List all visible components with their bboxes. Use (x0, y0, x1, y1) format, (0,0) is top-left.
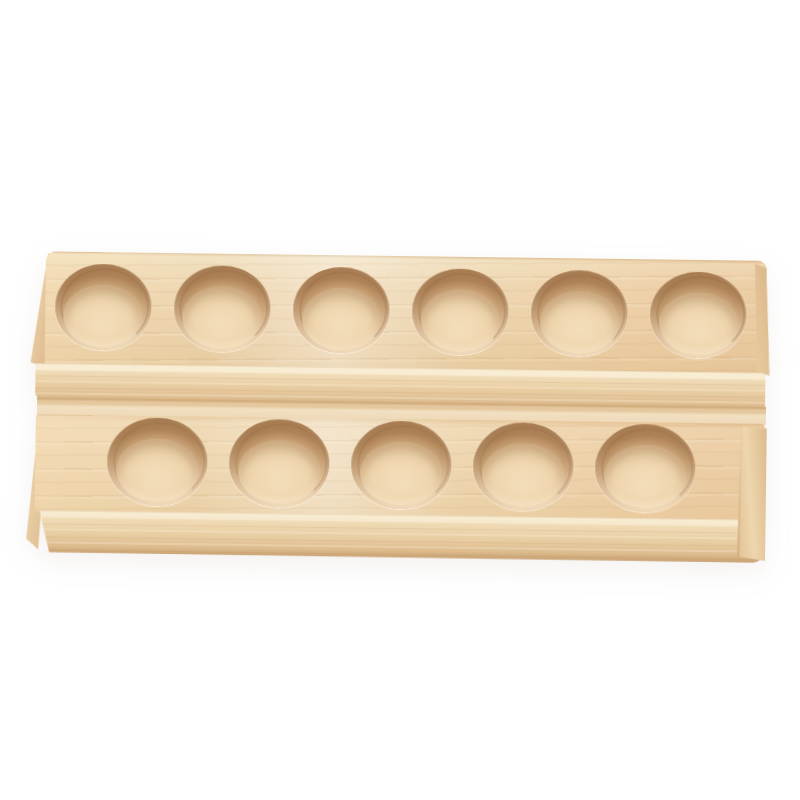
photo-background (0, 0, 800, 800)
pit-row-top (43, 262, 759, 359)
mancala-board (28, 251, 767, 565)
pit[interactable] (650, 271, 747, 358)
pit[interactable] (107, 417, 208, 506)
pit[interactable] (595, 424, 696, 513)
pit[interactable] (531, 270, 628, 357)
pit[interactable] (173, 265, 270, 352)
pit[interactable] (229, 419, 330, 508)
pit-row-bottom (96, 417, 707, 513)
pit[interactable] (54, 264, 151, 351)
pit[interactable] (351, 420, 452, 509)
pit[interactable] (473, 422, 574, 511)
pit[interactable] (412, 268, 509, 355)
pit[interactable] (293, 267, 390, 354)
lower-tier-right-end-grain (737, 425, 767, 560)
